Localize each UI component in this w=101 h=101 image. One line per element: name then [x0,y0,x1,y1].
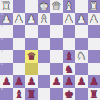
square-h4[interactable]: 4 [0,38,13,51]
black-bishop-c5[interactable]: ♝ [64,51,73,62]
square-d4[interactable] [50,38,63,51]
square-e1[interactable]: ♚ [38,0,51,13]
square-c4[interactable] [63,38,76,51]
square-d2[interactable] [50,13,63,26]
square-a1[interactable]: ♜ [88,0,101,13]
square-a7[interactable]: ♟ [88,75,101,88]
square-e6[interactable] [38,63,51,76]
black-pawn-d7[interactable]: ♟ [52,76,61,87]
square-f4[interactable] [25,38,38,51]
square-f5[interactable]: ♛ [25,50,38,63]
square-f1[interactable] [25,0,38,13]
white-knight-b5[interactable]: ♞ [77,51,86,62]
square-h2[interactable]: 2♟ [0,13,13,26]
square-a2[interactable]: ♟ [88,13,101,26]
white-pawn-f2[interactable]: ♟ [27,13,36,24]
square-a8[interactable]: ♜ [88,88,101,101]
square-h7[interactable]: 7♟ [0,75,13,88]
square-c1[interactable]: ♝ [63,0,76,13]
square-c6[interactable]: ♞ [63,63,76,76]
square-b2[interactable]: ♟ [75,13,88,26]
chess-board: 1♜♚♛♝♜2♟♟♟♝♟♟♟345♛♝♞6♞7♟♟♟♟♟♟♟8♝♜♚♜ [0,0,100,100]
square-d3[interactable] [50,25,63,38]
rank-coordinate-label: 8 [1,88,3,91]
square-g5[interactable] [13,50,26,63]
square-a4[interactable] [88,38,101,51]
square-d7[interactable]: ♟ [50,75,63,88]
black-rook-f8[interactable]: ♜ [27,88,36,99]
white-rook-a1[interactable]: ♜ [89,1,98,12]
square-b8[interactable] [75,88,88,101]
square-e5[interactable] [38,50,51,63]
square-g8[interactable]: ♝ [13,88,26,101]
white-pawn-h2[interactable]: ♟ [2,13,11,24]
white-queen-d1[interactable]: ♛ [52,1,61,12]
square-e8[interactable] [38,88,51,101]
square-a5[interactable] [88,50,101,63]
square-g7[interactable]: ♟ [13,75,26,88]
square-c3[interactable] [63,25,76,38]
square-f6[interactable] [25,63,38,76]
square-h8[interactable]: 8 [0,88,13,101]
square-d5[interactable] [50,50,63,63]
square-f7[interactable]: ♟ [25,75,38,88]
square-c5[interactable]: ♝ [63,50,76,63]
square-a6[interactable] [88,63,101,76]
square-g6[interactable] [13,63,26,76]
square-g4[interactable] [13,38,26,51]
white-pawn-g2[interactable]: ♟ [14,13,23,24]
square-a3[interactable] [88,25,101,38]
square-b7[interactable]: ♟ [75,75,88,88]
black-pawn-f7[interactable]: ♟ [27,76,36,87]
white-pawn-c2[interactable]: ♟ [64,13,73,24]
square-e4[interactable] [38,38,51,51]
square-e7[interactable] [38,75,51,88]
black-rook-a8[interactable]: ♜ [89,88,98,99]
square-g1[interactable] [13,0,26,13]
square-f3[interactable] [25,25,38,38]
square-b4[interactable] [75,38,88,51]
white-king-e1[interactable]: ♚ [39,1,48,12]
square-c7[interactable]: ♟ [63,75,76,88]
white-pawn-a2[interactable]: ♟ [89,13,98,24]
square-e3[interactable] [38,25,51,38]
white-bishop-c1[interactable]: ♝ [64,1,73,12]
black-queen-f5[interactable]: ♛ [27,51,36,62]
black-pawn-b7[interactable]: ♟ [77,76,86,87]
square-h1[interactable]: 1♜ [0,0,13,13]
white-bishop-e2[interactable]: ♝ [39,13,48,24]
black-pawn-h7[interactable]: ♟ [2,76,11,87]
square-h5[interactable]: 5 [0,50,13,63]
rank-coordinate-label: 3 [1,25,3,28]
rank-coordinate-label: 5 [1,50,3,53]
black-bishop-g8[interactable]: ♝ [14,88,23,99]
square-d8[interactable] [50,88,63,101]
black-knight-c6[interactable]: ♞ [64,63,73,74]
square-f8[interactable]: ♜ [25,88,38,101]
black-king-c8[interactable]: ♚ [64,88,73,99]
square-h3[interactable]: 3 [0,25,13,38]
square-f2[interactable]: ♟ [25,13,38,26]
square-b3[interactable] [75,25,88,38]
square-e2[interactable]: ♝ [38,13,51,26]
rank-coordinate-label: 4 [1,38,3,41]
square-g2[interactable]: ♟ [13,13,26,26]
square-d1[interactable]: ♛ [50,0,63,13]
rank-coordinate-label: 6 [1,63,3,66]
black-pawn-a7[interactable]: ♟ [89,76,98,87]
square-c8[interactable]: ♚ [63,88,76,101]
square-c2[interactable]: ♟ [63,13,76,26]
square-b5[interactable]: ♞ [75,50,88,63]
black-pawn-g7[interactable]: ♟ [14,76,23,87]
white-pawn-b2[interactable]: ♟ [77,13,86,24]
square-b6[interactable] [75,63,88,76]
white-rook-h1[interactable]: ♜ [2,1,11,12]
square-h6[interactable]: 6 [0,63,13,76]
square-g3[interactable] [13,25,26,38]
square-d6[interactable] [50,63,63,76]
square-b1[interactable] [75,0,88,13]
black-pawn-c7[interactable]: ♟ [64,76,73,87]
